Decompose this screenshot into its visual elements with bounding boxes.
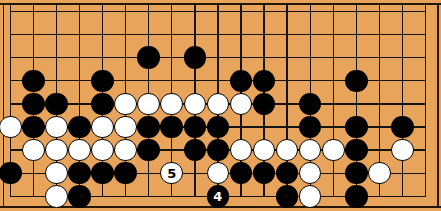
white-stone — [22, 139, 45, 162]
black-stone — [299, 93, 322, 116]
white-stone — [114, 116, 137, 139]
black-stone — [91, 70, 114, 93]
black-stone — [276, 162, 299, 185]
move-label: 4 — [213, 190, 222, 203]
white-stone — [391, 139, 414, 162]
white-stone — [230, 139, 253, 162]
white-stone — [114, 93, 137, 116]
white-stone — [68, 139, 91, 162]
black-stone — [184, 46, 207, 69]
white-stone — [207, 162, 230, 185]
black-stone — [160, 116, 183, 139]
white-stone — [91, 116, 114, 139]
white-stone — [45, 162, 68, 185]
white-stone — [0, 116, 22, 139]
black-stone — [253, 162, 276, 185]
white-stone — [207, 93, 230, 116]
white-stone — [230, 93, 253, 116]
black-stone — [22, 116, 45, 139]
go-diagram: 54 — [0, 0, 441, 211]
black-stone — [345, 162, 368, 185]
black-stone — [68, 162, 91, 185]
black-stone — [299, 116, 322, 139]
go-board[interactable]: 54 — [0, 0, 441, 211]
grid-line-horizontal — [10, 11, 427, 12]
black-stone — [184, 116, 207, 139]
white-stone — [299, 162, 322, 185]
grid-line-horizontal — [10, 57, 427, 58]
black-stone — [137, 116, 160, 139]
white-stone — [160, 93, 183, 116]
black-stone — [253, 70, 276, 93]
black-stone — [391, 116, 414, 139]
black-stone — [68, 116, 91, 139]
black-stone — [207, 116, 230, 139]
black-stone — [345, 70, 368, 93]
grid-line-horizontal — [10, 34, 427, 35]
black-stone — [207, 139, 230, 162]
grid-line-vertical — [425, 3, 426, 197]
black-stone — [230, 162, 253, 185]
white-stone — [368, 162, 391, 185]
white-stone — [276, 139, 299, 162]
black-stone — [230, 70, 253, 93]
black-stone — [45, 93, 68, 116]
grid-line-vertical — [333, 3, 334, 197]
black-stone — [184, 139, 207, 162]
white-stone — [91, 139, 114, 162]
black-stone — [0, 162, 22, 185]
black-stone — [22, 70, 45, 93]
white-stone — [45, 139, 68, 162]
grid-line-vertical — [402, 3, 403, 197]
white-stone — [253, 139, 276, 162]
diagram-frame-top — [0, 3, 441, 5]
white-stone — [299, 185, 322, 208]
black-stone-move-4: 4 — [207, 185, 230, 208]
white-stone — [45, 185, 68, 208]
black-stone — [114, 162, 137, 185]
white-stone-move-5: 5 — [160, 162, 183, 185]
black-stone — [137, 139, 160, 162]
black-stone — [22, 93, 45, 116]
black-stone — [91, 93, 114, 116]
black-stone — [253, 93, 276, 116]
black-stone — [345, 116, 368, 139]
white-stone — [137, 93, 160, 116]
black-stone — [137, 46, 160, 69]
black-stone — [345, 185, 368, 208]
white-stone — [322, 139, 345, 162]
white-stone — [114, 139, 137, 162]
black-stone — [276, 185, 299, 208]
white-stone — [299, 139, 322, 162]
black-stone — [91, 162, 114, 185]
white-stone — [45, 116, 68, 139]
move-label: 5 — [167, 167, 176, 180]
diagram-frame-right — [437, 3, 439, 206]
black-stone — [68, 185, 91, 208]
white-stone — [184, 93, 207, 116]
black-stone — [345, 139, 368, 162]
